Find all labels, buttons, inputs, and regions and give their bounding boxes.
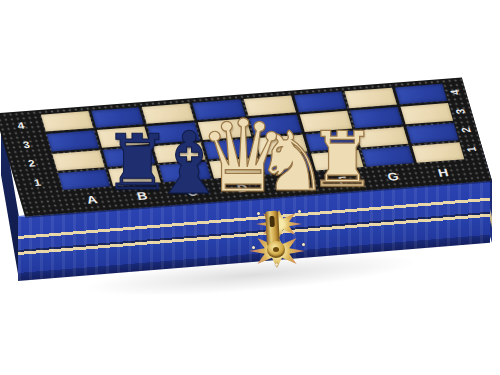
rank-label-left-1: 1 xyxy=(28,177,47,187)
rank-label-left-3: 3 xyxy=(17,139,36,149)
latch-boss xyxy=(267,241,285,258)
square-f4[interactable] xyxy=(294,92,347,113)
square-g4[interactable] xyxy=(344,88,397,109)
square-a4[interactable] xyxy=(41,111,94,132)
rank-label-right-4: 4 xyxy=(447,86,462,99)
rank-label-right-2: 2 xyxy=(458,124,473,137)
latch-screw xyxy=(275,263,278,266)
scene: ABCDEFGH12341234 ♜♝♛♞♜ xyxy=(0,0,500,375)
square-h4[interactable] xyxy=(395,84,448,105)
white-rook-f1[interactable]: ♜ xyxy=(300,122,384,198)
square-h2[interactable] xyxy=(406,123,459,144)
latch-screw xyxy=(252,246,255,249)
square-h3[interactable] xyxy=(400,103,453,124)
rank-label-left-4: 4 xyxy=(12,121,31,131)
rank-label-left-2: 2 xyxy=(23,158,42,168)
latch-screw xyxy=(298,210,301,213)
square-a3[interactable] xyxy=(47,130,100,151)
rank-label-right-1: 1 xyxy=(464,142,479,155)
latch-screw xyxy=(302,243,305,246)
square-h1[interactable] xyxy=(412,142,465,163)
rank-label-right-3: 3 xyxy=(453,105,468,118)
file-label-h: H xyxy=(430,166,457,179)
